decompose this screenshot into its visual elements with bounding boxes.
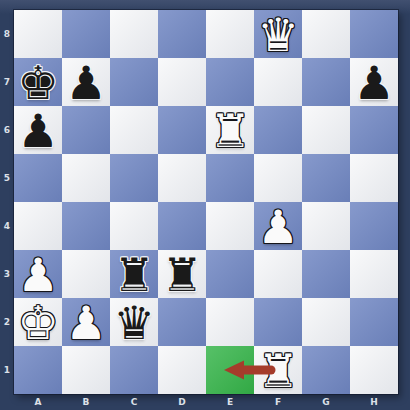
square-c6[interactable] [110,106,158,154]
piece-white-queen[interactable]: ♛ [257,12,298,58]
piece-black-rook[interactable]: ♜ [113,252,154,298]
rank-label-7: 7 [0,58,14,106]
square-c1[interactable] [110,346,158,394]
square-f3[interactable] [254,250,302,298]
square-a6[interactable]: ♟ [14,106,62,154]
square-g1[interactable] [302,346,350,394]
square-c5[interactable] [110,154,158,202]
rank-label-4: 4 [0,202,14,250]
square-d3[interactable]: ♜ [158,250,206,298]
square-c3[interactable]: ♜ [110,250,158,298]
piece-white-king[interactable]: ♚ [17,300,58,346]
square-b7[interactable]: ♟ [62,58,110,106]
file-label-e: E [206,394,254,410]
square-d2[interactable] [158,298,206,346]
square-h4[interactable] [350,202,398,250]
square-f5[interactable] [254,154,302,202]
square-e6[interactable]: ♜ [206,106,254,154]
file-labels: ABCDEFGH [14,394,398,410]
square-d4[interactable] [158,202,206,250]
square-h3[interactable] [350,250,398,298]
square-b1[interactable] [62,346,110,394]
square-g2[interactable] [302,298,350,346]
square-a5[interactable] [14,154,62,202]
square-b4[interactable] [62,202,110,250]
square-g4[interactable] [302,202,350,250]
square-g6[interactable] [302,106,350,154]
rank-label-1: 1 [0,346,14,394]
square-h7[interactable]: ♟ [350,58,398,106]
file-label-a: A [14,394,62,410]
chess-board: ♛♚♟♟♟♜♟♟♜♜♚♟♛♜ [14,10,398,394]
square-c4[interactable] [110,202,158,250]
rank-label-8: 8 [0,10,14,58]
square-b8[interactable] [62,10,110,58]
piece-black-pawn[interactable]: ♟ [65,60,106,106]
square-f4[interactable]: ♟ [254,202,302,250]
square-h6[interactable] [350,106,398,154]
square-a2[interactable]: ♚ [14,298,62,346]
chess-board-frame: 87654321 ♛♚♟♟♟♜♟♟♜♜♚♟♛♜ ABCDEFGH [0,0,410,410]
square-b3[interactable] [62,250,110,298]
rank-label-5: 5 [0,154,14,202]
square-d6[interactable] [158,106,206,154]
square-f8[interactable]: ♛ [254,10,302,58]
file-label-g: G [302,394,350,410]
piece-white-pawn[interactable]: ♟ [65,300,106,346]
square-a7[interactable]: ♚ [14,58,62,106]
rank-label-6: 6 [0,106,14,154]
square-f7[interactable] [254,58,302,106]
square-d5[interactable] [158,154,206,202]
square-g8[interactable] [302,10,350,58]
square-b2[interactable]: ♟ [62,298,110,346]
piece-black-king[interactable]: ♚ [17,60,58,106]
rank-label-3: 3 [0,250,14,298]
square-e8[interactable] [206,10,254,58]
square-d8[interactable] [158,10,206,58]
rank-labels: 87654321 [0,10,14,394]
square-h5[interactable] [350,154,398,202]
square-h1[interactable] [350,346,398,394]
piece-black-rook[interactable]: ♜ [161,252,202,298]
piece-black-pawn[interactable]: ♟ [353,60,394,106]
square-c2[interactable]: ♛ [110,298,158,346]
square-g5[interactable] [302,154,350,202]
square-g7[interactable] [302,58,350,106]
square-d1[interactable] [158,346,206,394]
square-c8[interactable] [110,10,158,58]
file-label-h: H [350,394,398,410]
piece-white-pawn[interactable]: ♟ [17,252,58,298]
rank-label-2: 2 [0,298,14,346]
square-e3[interactable] [206,250,254,298]
square-e2[interactable] [206,298,254,346]
square-a4[interactable] [14,202,62,250]
square-e7[interactable] [206,58,254,106]
square-b5[interactable] [62,154,110,202]
square-f6[interactable] [254,106,302,154]
square-e4[interactable] [206,202,254,250]
file-label-d: D [158,394,206,410]
square-b6[interactable] [62,106,110,154]
square-h2[interactable] [350,298,398,346]
square-f1[interactable]: ♜ [254,346,302,394]
piece-white-pawn[interactable]: ♟ [257,204,298,250]
piece-black-pawn[interactable]: ♟ [17,108,58,154]
square-a8[interactable] [14,10,62,58]
file-label-b: B [62,394,110,410]
square-e5[interactable] [206,154,254,202]
piece-white-rook[interactable]: ♜ [209,108,250,154]
square-d7[interactable] [158,58,206,106]
file-label-c: C [110,394,158,410]
square-g3[interactable] [302,250,350,298]
piece-black-queen[interactable]: ♛ [113,300,154,346]
piece-white-rook[interactable]: ♜ [257,348,298,394]
square-a3[interactable]: ♟ [14,250,62,298]
square-c7[interactable] [110,58,158,106]
square-f2[interactable] [254,298,302,346]
square-a1[interactable] [14,346,62,394]
square-e1[interactable] [206,346,254,394]
square-h8[interactable] [350,10,398,58]
